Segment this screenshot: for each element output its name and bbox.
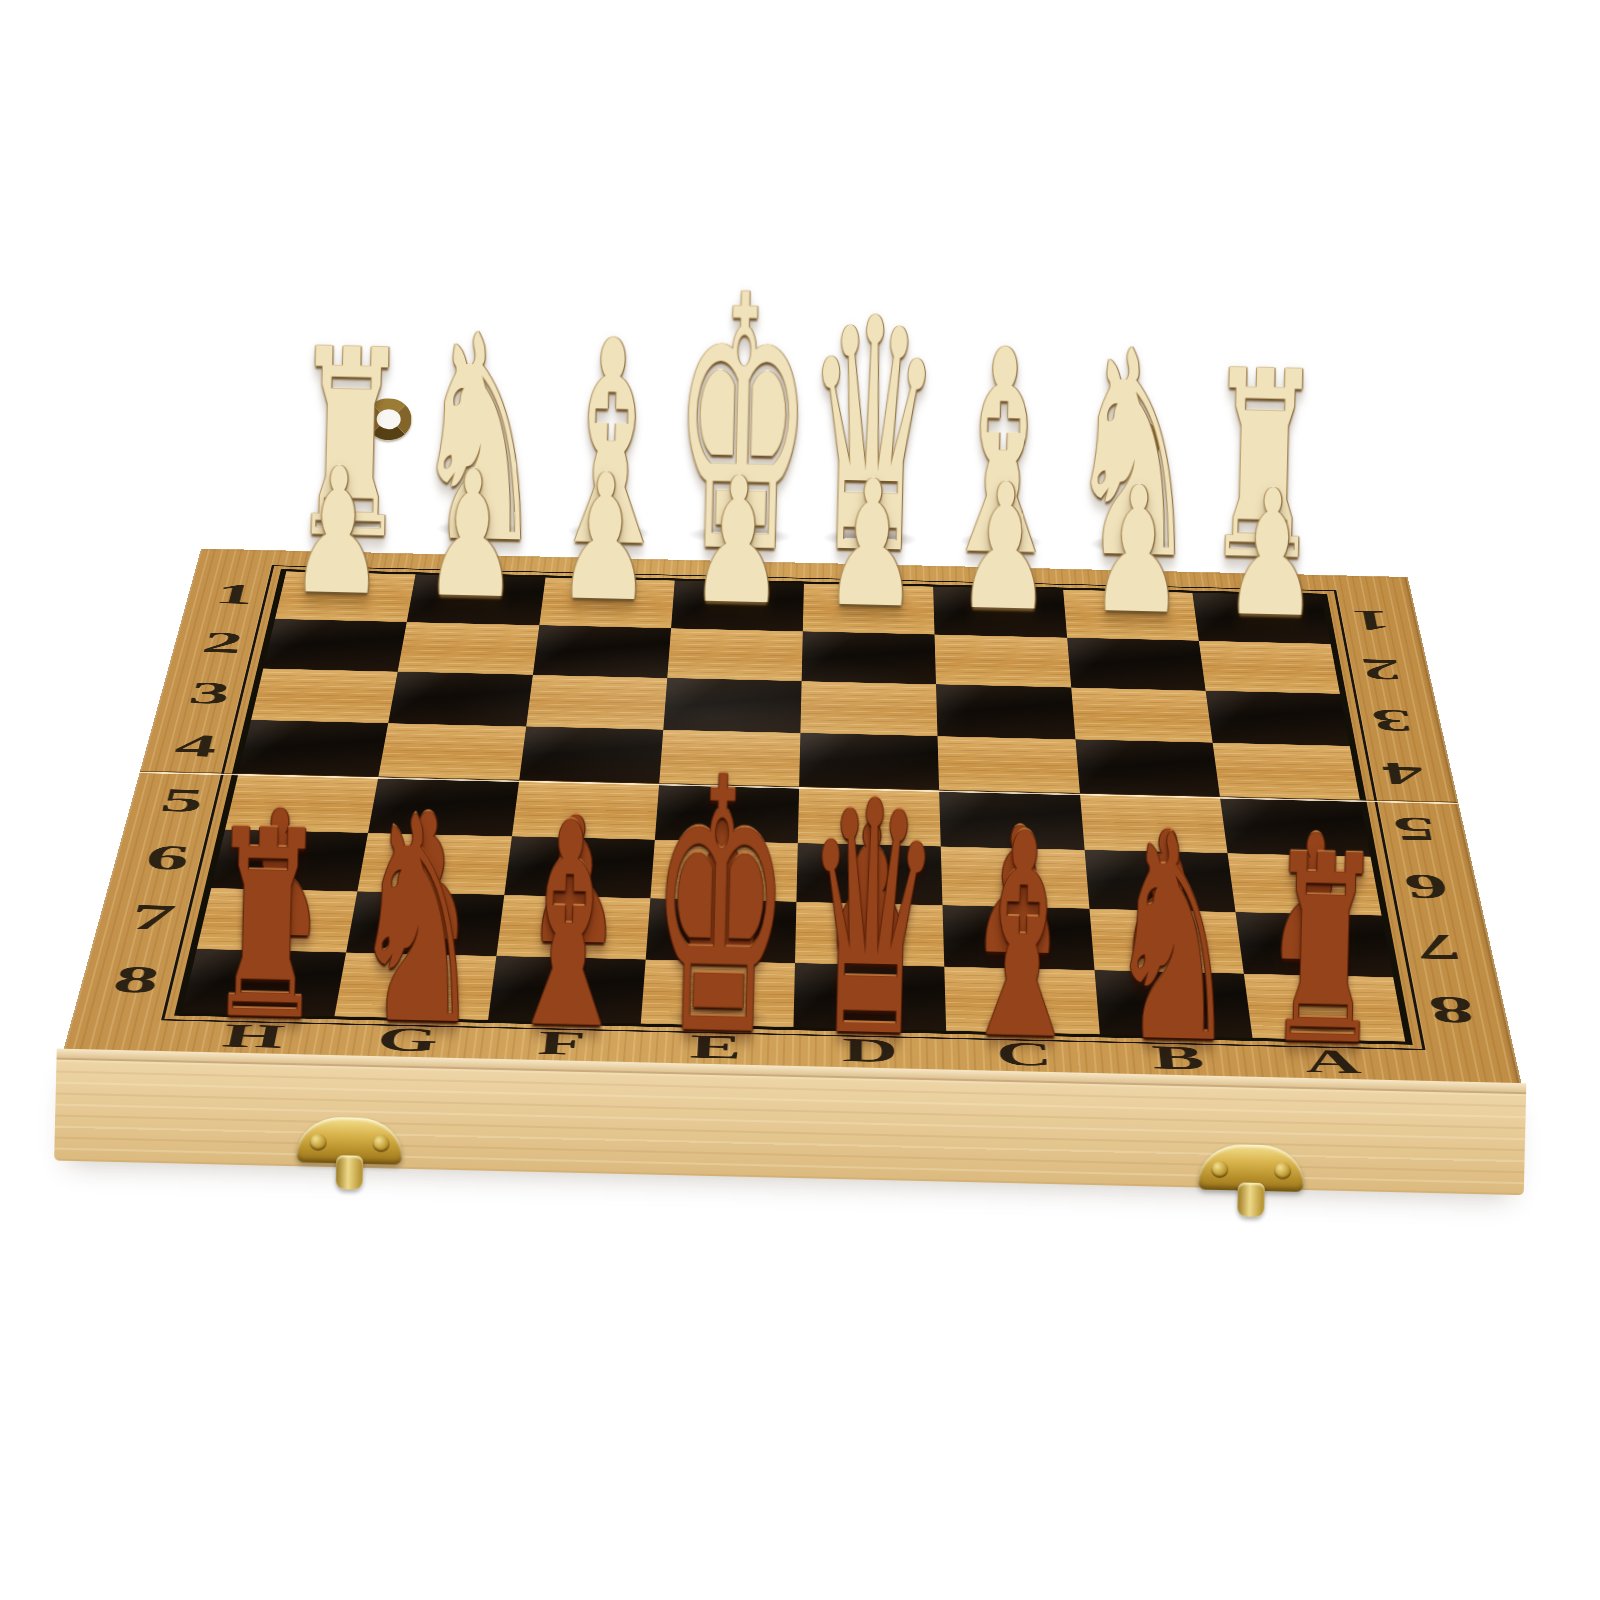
file-label-a: A [1253,1043,1413,1080]
board-surface: 12345678 12345678 HGFEDCBA [63,549,1523,1088]
piece-white-queen-d1: ♛ [801,276,944,600]
rank-label-left-7: 7 [111,886,193,949]
rank-label-left-8: 8 [94,947,178,1012]
piece-shadow [686,524,794,546]
piece-white-knight-g1: ♞ [411,297,550,584]
rank-label-left-4: 4 [158,718,234,773]
piece-shadow [958,531,1045,553]
file-label-b: B [1100,1039,1258,1076]
file-label-h: H [173,1017,334,1054]
piece-shadow [1088,534,1175,556]
piece-shadow [435,518,522,540]
piece-white-king-e1: ♚ [669,249,816,603]
rank-label-right-6: 6 [1388,857,1465,918]
rank-label-right-2: 2 [1347,644,1417,695]
file-label-f: F [483,1025,641,1062]
rank-label-right-7: 7 [1399,916,1478,979]
piece-shadow [566,522,653,544]
gloss-highlight [182,571,1406,1041]
front-latch-left [296,1116,403,1164]
rank-label-left-3: 3 [172,667,246,720]
scene: 12345678 12345678 HGFEDCBA ♜♞♝♛♚♝♞♜♟♟♟♟♟… [0,0,1600,1600]
file-label-c: C [947,1035,1103,1072]
rank-label-right-1: 1 [1337,596,1406,645]
rank-label-left-2: 2 [186,617,259,668]
rank-label-right-5: 5 [1377,800,1453,858]
latch-knob [1237,1182,1265,1217]
rank-label-left-1: 1 [199,570,270,619]
file-label-g: G [328,1021,487,1058]
piece-shadow [821,528,920,550]
file-label-e: E [638,1028,794,1065]
piece-white-rook-h1: ♜ [289,315,411,576]
piece-white-rook-a1: ♜ [1203,336,1325,597]
camera-roll-wrapper: 12345678 12345678 HGFEDCBA ♜♞♝♛♚♝♞♜♟♟♟♟♟… [0,0,1600,1600]
back-hinge-left [365,398,412,441]
piece-white-bishop-c1: ♝ [934,312,1072,596]
piece-shadow [308,516,387,537]
piece-white-bishop-f1: ♝ [542,302,680,586]
latch-knob [336,1155,364,1190]
rank-label-right-4: 4 [1367,746,1441,802]
rank-label-left-5: 5 [143,772,221,829]
front-latch-right [1198,1144,1305,1192]
rank-label-right-3: 3 [1356,694,1428,748]
rank-label-right-8: 8 [1411,978,1492,1044]
file-label-d: D [793,1032,948,1069]
rank-label-left-6: 6 [127,828,207,888]
piece-shadow [1223,537,1302,558]
back-hinge-right [1111,419,1162,462]
